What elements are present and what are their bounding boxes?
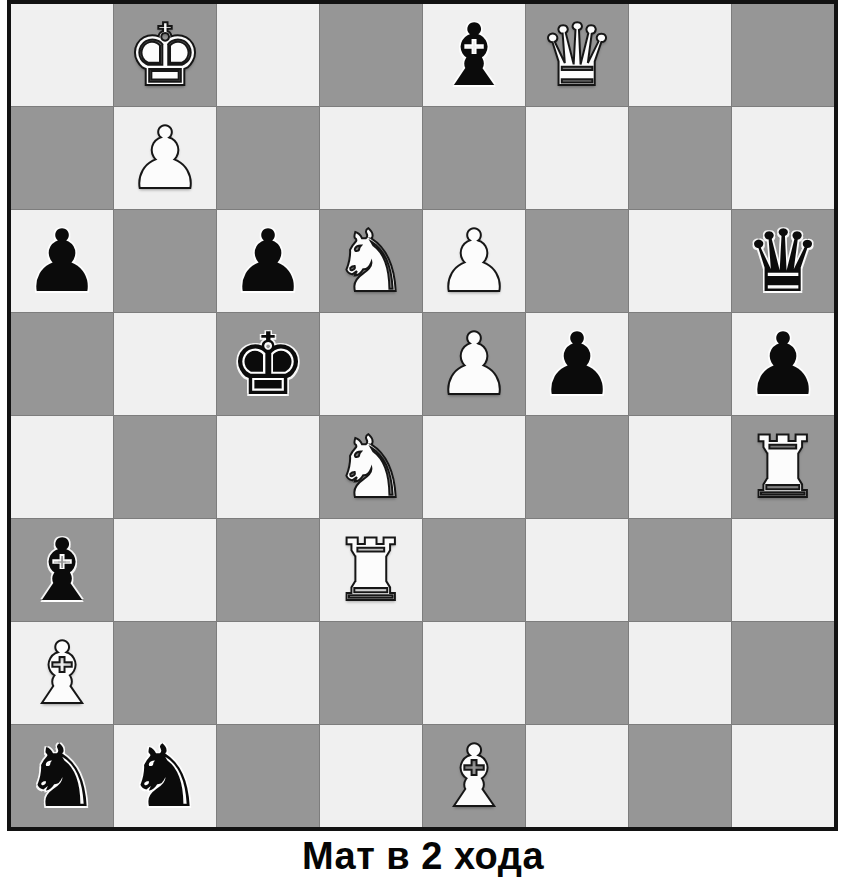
square-g3[interactable] (629, 519, 731, 621)
white-knight-d4: ♞ (332, 416, 409, 518)
square-d6[interactable]: ♞ (320, 210, 422, 312)
square-h6[interactable]: ♛ (732, 210, 834, 312)
square-b7[interactable]: ♟ (114, 107, 216, 209)
square-d1[interactable] (320, 725, 422, 827)
square-f5[interactable]: ♟ (526, 313, 628, 415)
square-f1[interactable] (526, 725, 628, 827)
black-knight-b1: ♞ (126, 725, 203, 827)
square-g6[interactable] (629, 210, 731, 312)
square-f8[interactable]: ♛ (526, 4, 628, 106)
black-king-c5: ♚ (229, 313, 306, 415)
square-c7[interactable] (217, 107, 319, 209)
black-bishop-e8: ♝ (435, 4, 512, 106)
square-h4[interactable]: ♜ (732, 416, 834, 518)
square-a2[interactable]: ♝ (11, 622, 113, 724)
square-h2[interactable] (732, 622, 834, 724)
black-bishop-a3: ♝ (23, 519, 100, 621)
square-e7[interactable] (423, 107, 525, 209)
square-b3[interactable] (114, 519, 216, 621)
white-king-b8: ♚ (126, 4, 203, 106)
white-bishop-e1: ♝ (435, 725, 512, 827)
square-b4[interactable] (114, 416, 216, 518)
square-a4[interactable] (11, 416, 113, 518)
white-rook-d3: ♜ (332, 519, 409, 621)
square-g4[interactable] (629, 416, 731, 518)
black-queen-h6: ♛ (744, 210, 821, 312)
square-f4[interactable] (526, 416, 628, 518)
square-d2[interactable] (320, 622, 422, 724)
black-pawn-a6: ♟ (23, 210, 100, 312)
square-g5[interactable] (629, 313, 731, 415)
square-h5[interactable]: ♟ (732, 313, 834, 415)
square-c5[interactable]: ♚ (217, 313, 319, 415)
square-a1[interactable]: ♞ (11, 725, 113, 827)
square-g8[interactable] (629, 4, 731, 106)
square-d3[interactable]: ♜ (320, 519, 422, 621)
white-bishop-a2: ♝ (23, 622, 100, 724)
square-h3[interactable] (732, 519, 834, 621)
white-queen-f8: ♛ (538, 4, 615, 106)
square-e4[interactable] (423, 416, 525, 518)
square-d4[interactable]: ♞ (320, 416, 422, 518)
square-h7[interactable] (732, 107, 834, 209)
square-c4[interactable] (217, 416, 319, 518)
square-g2[interactable] (629, 622, 731, 724)
square-e3[interactable] (423, 519, 525, 621)
square-f6[interactable] (526, 210, 628, 312)
square-c3[interactable] (217, 519, 319, 621)
white-rook-h4: ♜ (744, 416, 821, 518)
square-c2[interactable] (217, 622, 319, 724)
square-d5[interactable] (320, 313, 422, 415)
square-d8[interactable] (320, 4, 422, 106)
square-a7[interactable] (11, 107, 113, 209)
square-e8[interactable]: ♝ (423, 4, 525, 106)
square-b5[interactable] (114, 313, 216, 415)
square-b8[interactable]: ♚ (114, 4, 216, 106)
board-frame: ♚♝♛♟♟♟♞♟♛♚♟♟♟♞♜♝♜♝♞♞♝ (7, 0, 838, 831)
square-e5[interactable]: ♟ (423, 313, 525, 415)
square-b6[interactable] (114, 210, 216, 312)
square-f2[interactable] (526, 622, 628, 724)
square-a6[interactable]: ♟ (11, 210, 113, 312)
white-pawn-e6: ♟ (435, 210, 512, 312)
square-b1[interactable]: ♞ (114, 725, 216, 827)
square-f3[interactable] (526, 519, 628, 621)
square-a8[interactable] (11, 4, 113, 106)
square-b2[interactable] (114, 622, 216, 724)
square-c1[interactable] (217, 725, 319, 827)
white-knight-d6: ♞ (332, 210, 409, 312)
square-g1[interactable] (629, 725, 731, 827)
black-pawn-c6: ♟ (229, 210, 306, 312)
square-e6[interactable]: ♟ (423, 210, 525, 312)
square-a3[interactable]: ♝ (11, 519, 113, 621)
black-pawn-f5: ♟ (538, 313, 615, 415)
chess-board: ♚♝♛♟♟♟♞♟♛♚♟♟♟♞♜♝♜♝♞♞♝ (11, 4, 834, 827)
square-c8[interactable] (217, 4, 319, 106)
square-e2[interactable] (423, 622, 525, 724)
square-f7[interactable] (526, 107, 628, 209)
black-pawn-h5: ♟ (744, 313, 821, 415)
black-knight-a1: ♞ (23, 725, 100, 827)
square-d7[interactable] (320, 107, 422, 209)
square-c6[interactable]: ♟ (217, 210, 319, 312)
square-h8[interactable] (732, 4, 834, 106)
square-g7[interactable] (629, 107, 731, 209)
square-a5[interactable] (11, 313, 113, 415)
white-pawn-b7: ♟ (126, 107, 203, 209)
square-h1[interactable] (732, 725, 834, 827)
puzzle-caption: Мат в 2 хода (0, 834, 846, 878)
square-e1[interactable]: ♝ (423, 725, 525, 827)
white-pawn-e5: ♟ (435, 313, 512, 415)
